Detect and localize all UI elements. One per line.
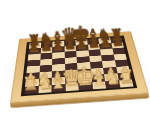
piece-white-rook[interactable]: ♜ xyxy=(118,68,135,87)
chess-set-photo: ♜♞♝♛♚♝♞♜♟♟♟♟♟♟♟♟♟♟♟♟♟♟♟♟♜♞♝♛♚♝♞♜ xyxy=(0,0,150,120)
chess-board: ♜♞♝♛♚♝♞♜♟♟♟♟♟♟♟♟♟♟♟♟♟♟♟♟♜♞♝♛♚♝♞♜ xyxy=(10,31,149,102)
square-b5[interactable] xyxy=(40,59,53,66)
square-a7[interactable]: ♟ xyxy=(28,48,40,54)
board-grid: ♜♞♝♛♚♝♞♜♟♟♟♟♟♟♟♟♟♟♟♟♟♟♟♟♜♞♝♛♚♝♞♜ xyxy=(24,37,133,94)
piece-black-pawn[interactable]: ♟ xyxy=(99,35,112,49)
square-h1[interactable]: ♜ xyxy=(118,79,133,87)
board-inner-border: ♜♞♝♛♚♝♞♜♟♟♟♟♟♟♟♟♟♟♟♟♟♟♟♟♜♞♝♛♚♝♞♜ xyxy=(21,35,137,96)
piece-black-pawn[interactable]: ♟ xyxy=(27,40,40,54)
piece-black-pawn[interactable]: ♟ xyxy=(75,36,88,50)
board-tilt-wrapper: ♜♞♝♛♚♝♞♜♟♟♟♟♟♟♟♟♟♟♟♟♟♟♟♟♜♞♝♛♚♝♞♜ xyxy=(11,0,143,120)
piece-black-pawn[interactable]: ♟ xyxy=(51,38,64,52)
piece-black-pawn[interactable]: ♟ xyxy=(111,34,124,48)
square-a5[interactable] xyxy=(27,59,40,66)
